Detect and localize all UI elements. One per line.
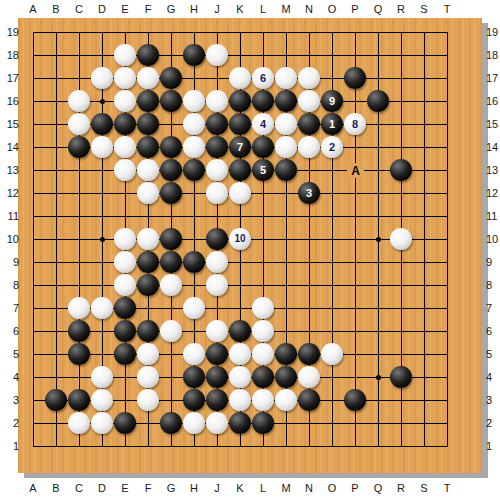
white-stone-F3[interactable] <box>137 389 159 411</box>
coord-right-3: 3 <box>486 393 500 407</box>
coord-top-F: F <box>138 2 158 16</box>
white-stone-E14[interactable] <box>114 136 136 158</box>
coord-left-2: 2 <box>2 416 19 430</box>
coord-left-6: 6 <box>2 324 19 338</box>
black-stone-C3[interactable] <box>68 389 90 411</box>
star-point-D16 <box>100 99 105 104</box>
coord-bottom-S: S <box>414 481 434 495</box>
coord-right-19: 19 <box>486 25 500 39</box>
board-grid[interactable]: 69418725310A <box>33 32 448 447</box>
white-stone-E17[interactable] <box>114 67 136 89</box>
black-stone-C14[interactable] <box>68 136 90 158</box>
coord-bottom-B: B <box>46 481 66 495</box>
white-stone-N16[interactable] <box>298 90 320 112</box>
white-stone-F10[interactable] <box>137 228 159 250</box>
coord-right-17: 17 <box>486 71 500 85</box>
coord-top-G: G <box>161 2 181 16</box>
black-stone-N15[interactable] <box>298 113 320 135</box>
white-stone-R10[interactable] <box>390 228 412 250</box>
coord-top-R: R <box>391 2 411 16</box>
white-stone-E9[interactable] <box>114 251 136 273</box>
black-stone-P3[interactable] <box>344 389 366 411</box>
coord-bottom-R: R <box>391 481 411 495</box>
black-stone-H4[interactable] <box>183 366 205 388</box>
white-stone-E18[interactable] <box>114 44 136 66</box>
coord-right-16: 16 <box>486 94 500 108</box>
white-stone-H14[interactable] <box>183 136 205 158</box>
black-stone-G16[interactable] <box>160 90 182 112</box>
black-stone-E7[interactable] <box>114 297 136 319</box>
white-stone-M14[interactable] <box>275 136 297 158</box>
coord-top-J: J <box>207 2 227 16</box>
coord-bottom-D: D <box>92 481 112 495</box>
white-stone-M3[interactable] <box>275 389 297 411</box>
coord-top-Q: Q <box>368 2 388 16</box>
black-stone-H18[interactable] <box>183 44 205 66</box>
black-stone-J5[interactable] <box>206 343 228 365</box>
coord-right-7: 7 <box>486 301 500 315</box>
coord-left-15: 15 <box>2 117 19 131</box>
white-stone-D7[interactable] <box>91 297 113 319</box>
white-stone-L6[interactable] <box>252 320 274 342</box>
coord-left-16: 16 <box>2 94 19 108</box>
black-stone-G12[interactable] <box>160 182 182 204</box>
coord-left-7: 7 <box>2 301 19 315</box>
black-stone-K13[interactable] <box>229 159 251 181</box>
white-stone-D3[interactable] <box>91 389 113 411</box>
coord-left-12: 12 <box>2 186 19 200</box>
white-stone-K12[interactable] <box>229 182 251 204</box>
coord-left-8: 8 <box>2 278 19 292</box>
white-stone-N17[interactable] <box>298 67 320 89</box>
white-stone-H16[interactable] <box>183 90 205 112</box>
black-stone-M5[interactable] <box>275 343 297 365</box>
black-stone-F8[interactable] <box>137 274 159 296</box>
black-stone-H3[interactable] <box>183 389 205 411</box>
white-stone-J6[interactable] <box>206 320 228 342</box>
white-stone-C15[interactable] <box>68 113 90 135</box>
white-stone-E8[interactable] <box>114 274 136 296</box>
coord-left-13: 13 <box>2 163 19 177</box>
black-stone-L4[interactable] <box>252 366 274 388</box>
coord-right-15: 15 <box>486 117 500 131</box>
white-stone-D14[interactable] <box>91 136 113 158</box>
coord-bottom-T: T <box>437 481 457 495</box>
coord-top-S: S <box>414 2 434 16</box>
black-stone-J15[interactable] <box>206 113 228 135</box>
coord-right-1: 1 <box>486 439 500 453</box>
black-stone-E6[interactable] <box>114 320 136 342</box>
coord-bottom-P: P <box>345 481 365 495</box>
white-stone-J9[interactable] <box>206 251 228 273</box>
black-stone-E5[interactable] <box>114 343 136 365</box>
white-stone-L5[interactable] <box>252 343 274 365</box>
coord-top-L: L <box>253 2 273 16</box>
coord-top-T: T <box>437 2 457 16</box>
black-stone-M16[interactable] <box>275 90 297 112</box>
black-stone-R4[interactable] <box>390 366 412 388</box>
black-stone-G2[interactable] <box>160 412 182 434</box>
coord-right-5: 5 <box>486 347 500 361</box>
white-stone-N14[interactable] <box>298 136 320 158</box>
black-stone-E15[interactable] <box>114 113 136 135</box>
black-stone-E2[interactable] <box>114 412 136 434</box>
move-7-stone-K14[interactable]: 7 <box>229 136 251 158</box>
coord-left-19: 19 <box>2 25 19 39</box>
coord-bottom-J: J <box>207 481 227 495</box>
white-stone-D2[interactable] <box>91 412 113 434</box>
coord-left-17: 17 <box>2 71 19 85</box>
coord-right-14: 14 <box>486 140 500 154</box>
black-stone-N3[interactable] <box>298 389 320 411</box>
coord-top-C: C <box>69 2 89 16</box>
white-stone-J13[interactable] <box>206 159 228 181</box>
black-stone-G14[interactable] <box>160 136 182 158</box>
coord-top-E: E <box>115 2 135 16</box>
white-stone-E10[interactable] <box>114 228 136 250</box>
coord-left-3: 3 <box>2 393 19 407</box>
coord-bottom-A: A <box>23 481 43 495</box>
coord-top-O: O <box>322 2 342 16</box>
coord-right-18: 18 <box>486 48 500 62</box>
white-stone-J18[interactable] <box>206 44 228 66</box>
star-point-Q10 <box>376 237 381 242</box>
coord-right-2: 2 <box>486 416 500 430</box>
black-stone-L16[interactable] <box>252 90 274 112</box>
black-stone-F15[interactable] <box>137 113 159 135</box>
move-2-stone-O14[interactable]: 2 <box>321 136 343 158</box>
black-stone-G13[interactable] <box>160 159 182 181</box>
white-stone-O5[interactable] <box>321 343 343 365</box>
black-stone-F14[interactable] <box>137 136 159 158</box>
black-stone-K16[interactable] <box>229 90 251 112</box>
black-stone-K6[interactable] <box>229 320 251 342</box>
black-stone-P17[interactable] <box>344 67 366 89</box>
coord-bottom-K: K <box>230 481 250 495</box>
coord-bottom-F: F <box>138 481 158 495</box>
move-9-stone-O16[interactable]: 9 <box>321 90 343 112</box>
white-stone-F17[interactable] <box>137 67 159 89</box>
white-stone-M15[interactable] <box>275 113 297 135</box>
black-stone-H9[interactable] <box>183 251 205 273</box>
black-stone-R13[interactable] <box>390 159 412 181</box>
move-1-stone-O15[interactable]: 1 <box>321 113 343 135</box>
white-stone-H15[interactable] <box>183 113 205 135</box>
black-stone-F9[interactable] <box>137 251 159 273</box>
coord-bottom-Q: Q <box>368 481 388 495</box>
black-stone-J3[interactable] <box>206 389 228 411</box>
white-stone-J16[interactable] <box>206 90 228 112</box>
star-point-D10 <box>100 237 105 242</box>
coord-bottom-N: N <box>299 481 319 495</box>
black-stone-M4[interactable] <box>275 366 297 388</box>
white-stone-J12[interactable] <box>206 182 228 204</box>
black-stone-L14[interactable] <box>252 136 274 158</box>
white-stone-L7[interactable] <box>252 297 274 319</box>
coord-right-13: 13 <box>486 163 500 177</box>
white-stone-L3[interactable] <box>252 389 274 411</box>
black-stone-F16[interactable] <box>137 90 159 112</box>
black-stone-N5[interactable] <box>298 343 320 365</box>
coord-bottom-M: M <box>276 481 296 495</box>
white-stone-F12[interactable] <box>137 182 159 204</box>
move-3-stone-N12[interactable]: 3 <box>298 182 320 204</box>
go-board[interactable]: 69418725310A <box>18 18 482 473</box>
black-stone-D15[interactable] <box>91 113 113 135</box>
move-5-stone-L13[interactable]: 5 <box>252 159 274 181</box>
white-stone-M17[interactable] <box>275 67 297 89</box>
coord-bottom-E: E <box>115 481 135 495</box>
white-stone-K4[interactable] <box>229 366 251 388</box>
white-stone-C16[interactable] <box>68 90 90 112</box>
black-stone-C5[interactable] <box>68 343 90 365</box>
coord-right-8: 8 <box>486 278 500 292</box>
black-stone-K15[interactable] <box>229 113 251 135</box>
white-stone-K3[interactable] <box>229 389 251 411</box>
coord-left-11: 11 <box>2 209 19 223</box>
black-stone-H13[interactable] <box>183 159 205 181</box>
black-stone-J4[interactable] <box>206 366 228 388</box>
coord-top-B: B <box>46 2 66 16</box>
white-stone-C2[interactable] <box>68 412 90 434</box>
coord-right-12: 12 <box>486 186 500 200</box>
black-stone-K2[interactable] <box>229 412 251 434</box>
go-diagram: 69418725310A ABCDEFGHJKLMNOPQRST ABCDEFG… <box>0 0 500 500</box>
white-stone-K17[interactable] <box>229 67 251 89</box>
black-stone-L2[interactable] <box>252 412 274 434</box>
coord-right-9: 9 <box>486 255 500 269</box>
white-stone-H7[interactable] <box>183 297 205 319</box>
move-4-stone-L15[interactable]: 4 <box>252 113 274 135</box>
coord-right-11: 11 <box>486 209 500 223</box>
white-stone-C7[interactable] <box>68 297 90 319</box>
coord-top-M: M <box>276 2 296 16</box>
coord-left-10: 10 <box>2 232 19 246</box>
coord-left-14: 14 <box>2 140 19 154</box>
coord-bottom-G: G <box>161 481 181 495</box>
black-stone-G10[interactable] <box>160 228 182 250</box>
black-stone-F18[interactable] <box>137 44 159 66</box>
move-8-stone-P15[interactable]: 8 <box>344 113 366 135</box>
coord-left-1: 1 <box>2 439 19 453</box>
white-stone-E16[interactable] <box>114 90 136 112</box>
white-stone-J2[interactable] <box>206 412 228 434</box>
white-stone-H5[interactable] <box>183 343 205 365</box>
move-10-stone-K10[interactable]: 10 <box>229 228 251 250</box>
white-stone-J8[interactable] <box>206 274 228 296</box>
star-point-Q4 <box>376 375 381 380</box>
white-stone-F5[interactable] <box>137 343 159 365</box>
black-stone-J14[interactable] <box>206 136 228 158</box>
coord-right-4: 4 <box>486 370 500 384</box>
coord-right-6: 6 <box>486 324 500 338</box>
coord-top-N: N <box>299 2 319 16</box>
white-stone-D17[interactable] <box>91 67 113 89</box>
coord-right-10: 10 <box>486 232 500 246</box>
black-stone-Q16[interactable] <box>367 90 389 112</box>
black-stone-C6[interactable] <box>68 320 90 342</box>
coord-top-K: K <box>230 2 250 16</box>
black-stone-B3[interactable] <box>45 389 67 411</box>
white-stone-G8[interactable] <box>160 274 182 296</box>
black-stone-M13[interactable] <box>275 159 297 181</box>
white-stone-G6[interactable] <box>160 320 182 342</box>
black-stone-G9[interactable] <box>160 251 182 273</box>
move-6-stone-L17[interactable]: 6 <box>252 67 274 89</box>
white-stone-N4[interactable] <box>298 366 320 388</box>
coord-left-18: 18 <box>2 48 19 62</box>
white-stone-F13[interactable] <box>137 159 159 181</box>
coord-left-9: 9 <box>2 255 19 269</box>
black-stone-G17[interactable] <box>160 67 182 89</box>
white-stone-F4[interactable] <box>137 366 159 388</box>
white-stone-D4[interactable] <box>91 366 113 388</box>
white-stone-E13[interactable] <box>114 159 136 181</box>
black-stone-J10[interactable] <box>206 228 228 250</box>
coord-top-A: A <box>23 2 43 16</box>
coord-left-4: 4 <box>2 370 19 384</box>
white-stone-K5[interactable] <box>229 343 251 365</box>
black-stone-F6[interactable] <box>137 320 159 342</box>
coord-bottom-C: C <box>69 481 89 495</box>
coord-top-D: D <box>92 2 112 16</box>
coord-bottom-H: H <box>184 481 204 495</box>
coord-top-H: H <box>184 2 204 16</box>
white-stone-H2[interactable] <box>183 412 205 434</box>
coord-left-5: 5 <box>2 347 19 361</box>
coord-bottom-L: L <box>253 481 273 495</box>
coord-top-P: P <box>345 2 365 16</box>
coord-bottom-O: O <box>322 481 342 495</box>
annotation-A-P13: A <box>347 163 364 178</box>
